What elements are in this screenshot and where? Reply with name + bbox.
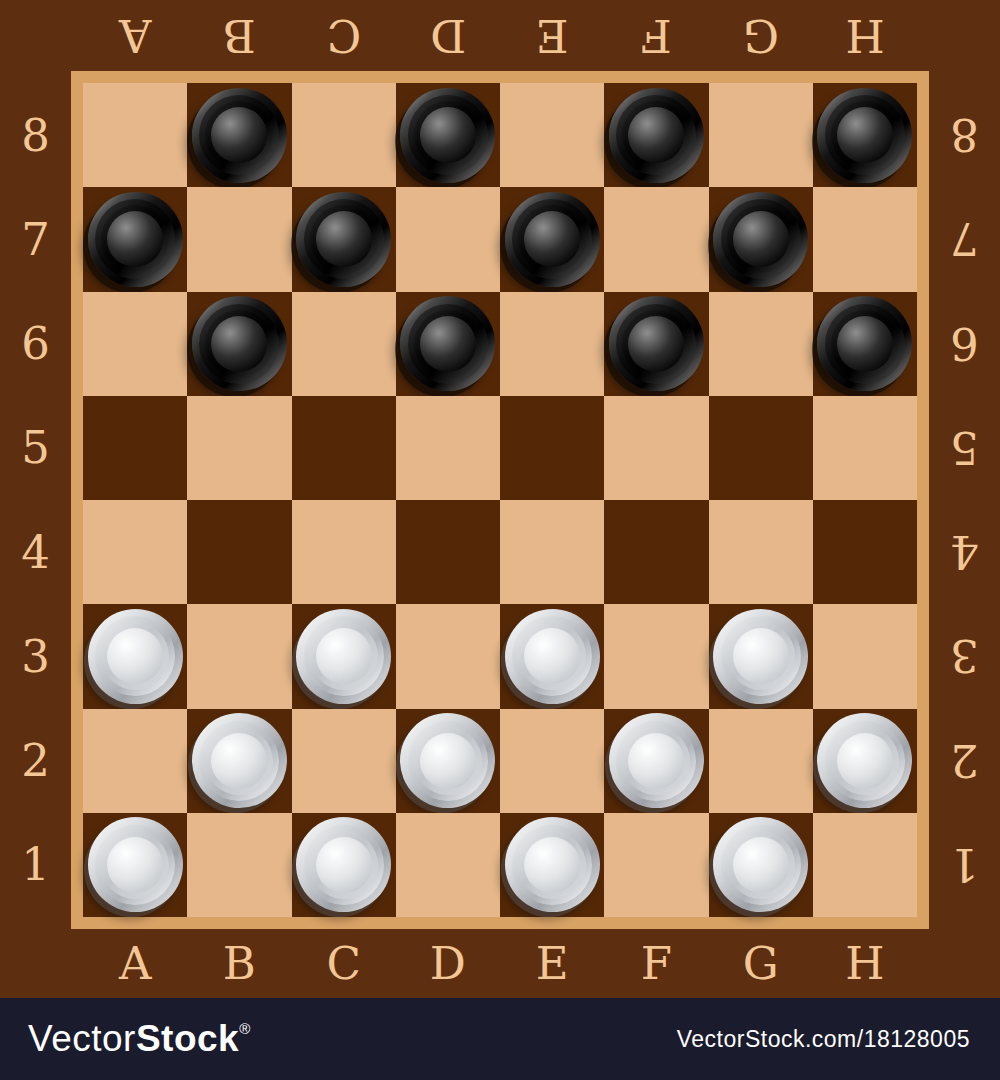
square-A6[interactable] [83,292,187,396]
square-C7[interactable] [292,187,396,291]
square-A7[interactable] [83,187,187,291]
checkers-board: ABCDEFGH ABCDEFGH 87654321 87654321 [0,0,1000,998]
black-piece-F6[interactable] [609,296,704,391]
square-A4[interactable] [83,500,187,604]
rank-label-left-6: 6 [0,292,71,396]
white-piece-C1[interactable] [296,817,391,912]
white-piece-F2[interactable] [609,713,704,808]
black-piece-F8[interactable] [609,88,704,183]
square-B7[interactable] [187,187,291,291]
file-label-bottom-H: H [813,929,917,998]
square-C4[interactable] [292,500,396,604]
square-G1[interactable] [709,813,813,917]
square-E7[interactable] [500,187,604,291]
square-E2[interactable] [500,709,604,813]
square-D4[interactable] [396,500,500,604]
square-D2[interactable] [396,709,500,813]
black-piece-D8[interactable] [400,88,495,183]
square-G2[interactable] [709,709,813,813]
squares-grid [83,83,917,917]
square-D8[interactable] [396,83,500,187]
white-piece-E1[interactable] [505,817,600,912]
rank-label-right-7: 7 [929,187,1000,291]
square-E5[interactable] [500,396,604,500]
file-label-top-C: C [292,0,396,71]
square-G4[interactable] [709,500,813,604]
white-piece-C3[interactable] [296,609,391,704]
rank-label-left-2: 2 [0,709,71,813]
rank-label-left-4: 4 [0,500,71,604]
file-label-bottom-E: E [500,929,604,998]
rank-labels-left: 87654321 [0,83,71,917]
square-G3[interactable] [709,604,813,708]
rank-label-right-4: 4 [929,500,1000,604]
square-B6[interactable] [187,292,291,396]
square-E8[interactable] [500,83,604,187]
square-B2[interactable] [187,709,291,813]
square-A2[interactable] [83,709,187,813]
square-G5[interactable] [709,396,813,500]
white-piece-B2[interactable] [192,713,287,808]
square-C3[interactable] [292,604,396,708]
square-H2[interactable] [813,709,917,813]
square-G6[interactable] [709,292,813,396]
square-B4[interactable] [187,500,291,604]
file-label-top-F: F [604,0,708,71]
square-F2[interactable] [604,709,708,813]
square-D3[interactable] [396,604,500,708]
square-B8[interactable] [187,83,291,187]
rank-label-right-8: 8 [929,83,1000,187]
square-B1[interactable] [187,813,291,917]
file-label-top-D: D [396,0,500,71]
file-label-bottom-F: F [604,929,708,998]
square-D7[interactable] [396,187,500,291]
square-H5[interactable] [813,396,917,500]
square-H3[interactable] [813,604,917,708]
black-piece-E7[interactable] [505,192,600,287]
rank-label-left-5: 5 [0,396,71,500]
black-piece-B6[interactable] [192,296,287,391]
white-piece-A1[interactable] [88,817,183,912]
file-labels-top: ABCDEFGH [83,0,917,71]
logo-stock-text: Stock [136,1018,239,1060]
white-piece-H2[interactable] [817,713,912,808]
file-label-top-B: B [187,0,291,71]
file-label-bottom-G: G [709,929,813,998]
rank-label-right-2: 2 [929,709,1000,813]
square-C8[interactable] [292,83,396,187]
file-label-top-E: E [500,0,604,71]
rank-label-right-6: 6 [929,292,1000,396]
watermark-bar: VectorStock® VectorStock.com/18128005 [0,998,1000,1080]
square-E4[interactable] [500,500,604,604]
registered-mark: ® [239,1020,251,1037]
square-H6[interactable] [813,292,917,396]
white-piece-A3[interactable] [88,609,183,704]
file-label-top-A: A [83,0,187,71]
file-label-bottom-B: B [187,929,291,998]
rank-labels-right: 87654321 [929,83,1000,917]
square-H7[interactable] [813,187,917,291]
square-F4[interactable] [604,500,708,604]
black-piece-H8[interactable] [817,88,912,183]
black-piece-C7[interactable] [296,192,391,287]
square-G8[interactable] [709,83,813,187]
white-piece-E3[interactable] [505,609,600,704]
file-label-top-G: G [709,0,813,71]
square-A5[interactable] [83,396,187,500]
black-piece-D6[interactable] [400,296,495,391]
file-label-bottom-C: C [292,929,396,998]
white-piece-D2[interactable] [400,713,495,808]
square-B5[interactable] [187,396,291,500]
black-piece-A7[interactable] [88,192,183,287]
square-A1[interactable] [83,813,187,917]
square-F5[interactable] [604,396,708,500]
file-labels-bottom: ABCDEFGH [83,929,917,998]
square-C1[interactable] [292,813,396,917]
file-label-top-H: H [813,0,917,71]
white-piece-G3[interactable] [713,609,808,704]
rank-label-left-7: 7 [0,187,71,291]
square-H8[interactable] [813,83,917,187]
square-C6[interactable] [292,292,396,396]
file-label-bottom-A: A [83,929,187,998]
black-piece-H6[interactable] [817,296,912,391]
square-C5[interactable] [292,396,396,500]
square-F8[interactable] [604,83,708,187]
file-label-bottom-D: D [396,929,500,998]
rank-label-right-1: 1 [929,813,1000,917]
square-E3[interactable] [500,604,604,708]
square-F1[interactable] [604,813,708,917]
square-E1[interactable] [500,813,604,917]
square-F7[interactable] [604,187,708,291]
rank-label-left-8: 8 [0,83,71,187]
square-A3[interactable] [83,604,187,708]
square-B3[interactable] [187,604,291,708]
square-H4[interactable] [813,500,917,604]
square-F3[interactable] [604,604,708,708]
black-piece-G7[interactable] [713,192,808,287]
square-G7[interactable] [709,187,813,291]
white-piece-G1[interactable] [713,817,808,912]
black-piece-B8[interactable] [192,88,287,183]
logo-vector-text: Vector [28,1018,136,1060]
square-E6[interactable] [500,292,604,396]
square-C2[interactable] [292,709,396,813]
rank-label-right-3: 3 [929,604,1000,708]
rank-label-left-1: 1 [0,813,71,917]
square-F6[interactable] [604,292,708,396]
square-A8[interactable] [83,83,187,187]
watermark-url: VectorStock.com/18128005 [677,1026,1000,1053]
square-D1[interactable] [396,813,500,917]
square-H1[interactable] [813,813,917,917]
rank-label-left-3: 3 [0,604,71,708]
rank-label-right-5: 5 [929,396,1000,500]
vectorstock-logo: VectorStock® [0,1018,251,1060]
square-D5[interactable] [396,396,500,500]
checkers-scene: ABCDEFGH ABCDEFGH 87654321 87654321 Vect… [0,0,1000,1080]
square-D6[interactable] [396,292,500,396]
